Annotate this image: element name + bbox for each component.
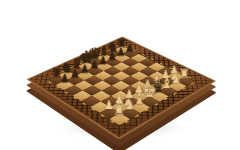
chess-set-photo: ♜♞♝♛♚♝♞♜♟♟♟♟♟♟♟♟♟♟♟♟♟♟♟♟♜♞♝♛♚♝♞♜	[0, 0, 240, 150]
rook-glyph: ♜	[107, 102, 132, 117]
pawn-glyph: ♟	[54, 73, 76, 84]
